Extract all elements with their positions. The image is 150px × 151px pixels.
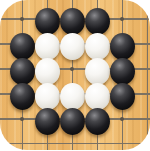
- board-point[interactable]: [110, 9, 135, 34]
- board-point[interactable]: [135, 9, 150, 34]
- white-stone[interactable]: [60, 33, 85, 60]
- stone-grid: [10, 9, 150, 151]
- board-point[interactable]: [135, 59, 150, 84]
- black-stone[interactable]: [35, 8, 60, 35]
- board-point[interactable]: [135, 134, 150, 151]
- go-board[interactable]: [0, 0, 150, 150]
- black-stone[interactable]: [35, 108, 60, 135]
- white-stone[interactable]: [85, 33, 110, 60]
- white-stone[interactable]: [35, 33, 60, 60]
- board-point[interactable]: [10, 109, 35, 134]
- board-point[interactable]: [10, 84, 35, 109]
- board-point[interactable]: [110, 59, 135, 84]
- white-stone[interactable]: [35, 83, 60, 110]
- board-point[interactable]: [35, 59, 60, 84]
- board-point[interactable]: [35, 34, 60, 59]
- board-point[interactable]: [85, 59, 110, 84]
- board-point[interactable]: [110, 34, 135, 59]
- board-point[interactable]: [85, 34, 110, 59]
- black-stone[interactable]: [10, 83, 35, 110]
- black-stone[interactable]: [10, 58, 35, 85]
- board-point[interactable]: [10, 34, 35, 59]
- board-point[interactable]: [10, 9, 35, 34]
- black-stone[interactable]: [60, 8, 85, 35]
- board-point[interactable]: [135, 84, 150, 109]
- white-stone[interactable]: [85, 83, 110, 110]
- board-point[interactable]: [10, 59, 35, 84]
- board-point[interactable]: [110, 134, 135, 151]
- board-point[interactable]: [35, 9, 60, 34]
- board-point[interactable]: [110, 109, 135, 134]
- board-point[interactable]: [85, 84, 110, 109]
- black-stone[interactable]: [110, 33, 135, 60]
- board-point[interactable]: [85, 134, 110, 151]
- board-point[interactable]: [35, 84, 60, 109]
- board-point[interactable]: [60, 84, 85, 109]
- board-point[interactable]: [60, 9, 85, 34]
- board-point[interactable]: [110, 84, 135, 109]
- board-point[interactable]: [60, 134, 85, 151]
- board-point[interactable]: [35, 134, 60, 151]
- black-stone[interactable]: [10, 33, 35, 60]
- board-point[interactable]: [60, 59, 85, 84]
- white-stone[interactable]: [85, 58, 110, 85]
- black-stone[interactable]: [60, 108, 85, 135]
- black-stone[interactable]: [110, 83, 135, 110]
- board-point[interactable]: [85, 109, 110, 134]
- go-app-icon: [0, 0, 150, 150]
- board-point[interactable]: [35, 109, 60, 134]
- board-point[interactable]: [135, 109, 150, 134]
- black-stone[interactable]: [85, 8, 110, 35]
- white-stone[interactable]: [60, 83, 85, 110]
- board-point[interactable]: [135, 34, 150, 59]
- white-stone[interactable]: [35, 58, 60, 85]
- board-point[interactable]: [60, 109, 85, 134]
- black-stone[interactable]: [110, 58, 135, 85]
- board-point[interactable]: [85, 9, 110, 34]
- black-stone[interactable]: [85, 108, 110, 135]
- board-point[interactable]: [10, 134, 35, 151]
- board-point[interactable]: [60, 34, 85, 59]
